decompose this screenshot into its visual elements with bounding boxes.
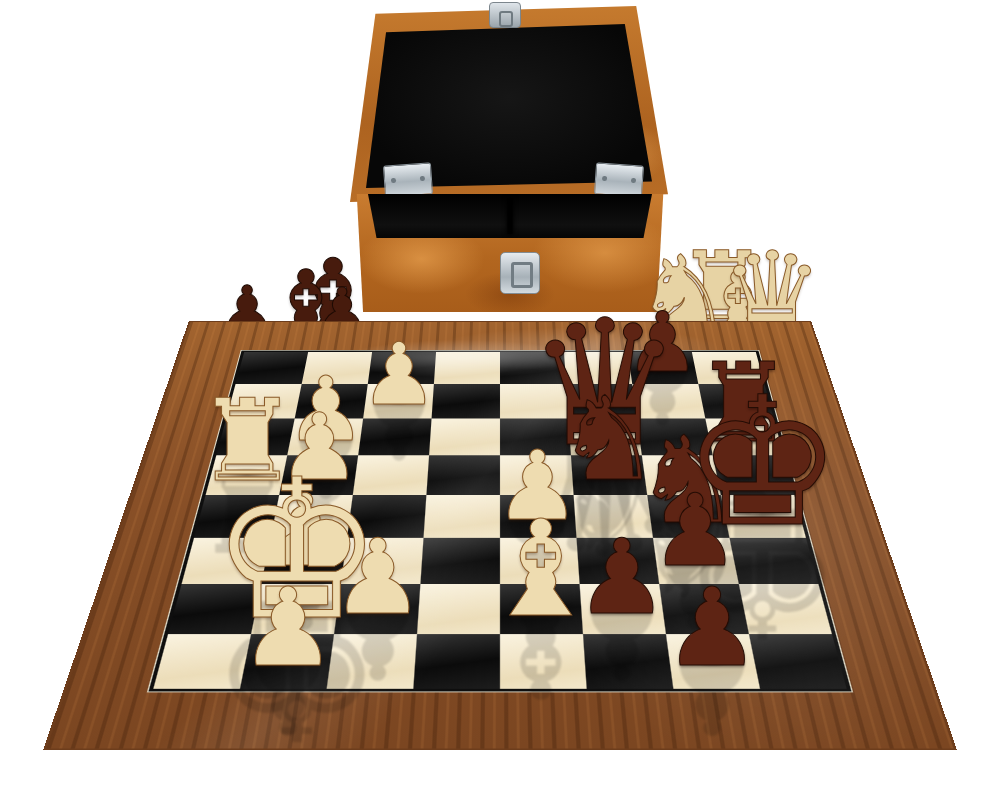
scene: ♝♝♟♟♜♞♝♛ ♟♟♟♟♟♟♛♛♜♜♜♜♟♟♞♞♟♟♞♞♚♚♟♟♟♟♚♚♟♟♝…: [0, 0, 1000, 800]
square-c6[interactable]: [568, 418, 641, 455]
square-d3[interactable]: [353, 455, 429, 495]
square-b7[interactable]: [632, 384, 705, 418]
chess-board: [46, 322, 953, 749]
square-f1[interactable]: [182, 538, 271, 584]
square-f5[interactable]: [500, 538, 580, 584]
square-f8[interactable]: [729, 538, 818, 584]
square-h4[interactable]: [413, 634, 500, 689]
playing-area: [149, 351, 852, 692]
square-c1[interactable]: [216, 418, 294, 455]
square-b5[interactable]: [500, 384, 568, 418]
square-h3[interactable]: [327, 634, 417, 689]
square-e3[interactable]: [347, 495, 426, 538]
square-e8[interactable]: [721, 495, 806, 538]
square-g8[interactable]: [739, 584, 832, 634]
square-f2[interactable]: [261, 538, 347, 584]
square-b8[interactable]: [698, 384, 773, 418]
square-h8[interactable]: [749, 634, 847, 689]
square-b4[interactable]: [432, 384, 500, 418]
square-h1[interactable]: [153, 634, 251, 689]
square-d2[interactable]: [279, 455, 358, 495]
square-c5[interactable]: [500, 418, 571, 455]
square-a2[interactable]: [302, 352, 372, 384]
square-c2[interactable]: [287, 418, 363, 455]
square-h7[interactable]: [666, 634, 760, 689]
square-a7[interactable]: [628, 352, 698, 384]
square-g4[interactable]: [417, 584, 500, 634]
square-b6[interactable]: [566, 384, 637, 418]
square-f6[interactable]: [576, 538, 659, 584]
square-e6[interactable]: [574, 495, 653, 538]
square-g6[interactable]: [580, 584, 666, 634]
square-c3[interactable]: [358, 418, 431, 455]
square-a8[interactable]: [692, 352, 765, 384]
square-c4[interactable]: [429, 418, 500, 455]
square-a1[interactable]: [236, 352, 309, 384]
square-a4[interactable]: [434, 352, 500, 384]
square-e2[interactable]: [271, 495, 353, 538]
square-e1[interactable]: [194, 495, 279, 538]
square-a6[interactable]: [564, 352, 632, 384]
square-f3[interactable]: [341, 538, 424, 584]
square-g3[interactable]: [334, 584, 420, 634]
square-d4[interactable]: [426, 455, 500, 495]
square-e7[interactable]: [647, 495, 729, 538]
square-e4[interactable]: [424, 495, 500, 538]
square-b2[interactable]: [295, 384, 368, 418]
square-a3[interactable]: [368, 352, 436, 384]
square-c8[interactable]: [705, 418, 783, 455]
board-perspective-wrap: [0, 0, 1000, 800]
square-h6[interactable]: [583, 634, 673, 689]
square-h2[interactable]: [240, 634, 334, 689]
square-d8[interactable]: [713, 455, 795, 495]
square-a5[interactable]: [500, 352, 566, 384]
square-g7[interactable]: [659, 584, 749, 634]
square-d6[interactable]: [571, 455, 647, 495]
square-h5[interactable]: [500, 634, 587, 689]
square-f4[interactable]: [420, 538, 500, 584]
square-d7[interactable]: [642, 455, 721, 495]
square-b1[interactable]: [226, 384, 301, 418]
square-e5[interactable]: [500, 495, 576, 538]
square-b3[interactable]: [363, 384, 434, 418]
square-d1[interactable]: [206, 455, 288, 495]
square-d5[interactable]: [500, 455, 574, 495]
square-g2[interactable]: [251, 584, 341, 634]
square-f7[interactable]: [653, 538, 739, 584]
square-g1[interactable]: [168, 584, 261, 634]
square-c7[interactable]: [637, 418, 713, 455]
square-g5[interactable]: [500, 584, 583, 634]
